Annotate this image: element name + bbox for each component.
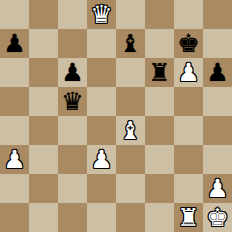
square-g7[interactable]: ♚ [174,29,203,58]
square-a5[interactable] [0,87,29,116]
square-h2[interactable]: ♟ [203,174,232,203]
white-bishop-e4[interactable]: ♝ [119,116,141,145]
square-f6[interactable]: ♜ [145,58,174,87]
square-g3[interactable] [174,145,203,174]
square-f8[interactable] [145,0,174,29]
black-bishop-e7[interactable]: ♝ [119,29,141,58]
black-pawn-h6[interactable]: ♟ [206,58,228,87]
square-e6[interactable] [116,58,145,87]
square-d3[interactable]: ♟ [87,145,116,174]
square-d8[interactable]: ♛ [87,0,116,29]
black-pawn-c6[interactable]: ♟ [61,58,83,87]
square-c7[interactable] [58,29,87,58]
black-king-g7[interactable]: ♚ [177,29,199,58]
square-a4[interactable] [0,116,29,145]
square-h5[interactable] [203,87,232,116]
square-d6[interactable] [87,58,116,87]
square-d4[interactable] [87,116,116,145]
square-b1[interactable] [29,203,58,232]
square-a7[interactable]: ♟ [0,29,29,58]
square-h7[interactable] [203,29,232,58]
square-b3[interactable] [29,145,58,174]
square-g1[interactable]: ♜ [174,203,203,232]
square-e8[interactable] [116,0,145,29]
square-f5[interactable] [145,87,174,116]
square-f3[interactable] [145,145,174,174]
square-b2[interactable] [29,174,58,203]
square-c8[interactable] [58,0,87,29]
square-f4[interactable] [145,116,174,145]
square-f7[interactable] [145,29,174,58]
chess-board: ♛♟♝♚♟♜♟♟♛♝♟♟♟♜♚ [0,0,232,232]
square-g4[interactable] [174,116,203,145]
square-c6[interactable]: ♟ [58,58,87,87]
square-h4[interactable] [203,116,232,145]
white-pawn-g6[interactable]: ♟ [177,58,199,87]
square-e4[interactable]: ♝ [116,116,145,145]
square-f1[interactable] [145,203,174,232]
square-g2[interactable] [174,174,203,203]
square-b8[interactable] [29,0,58,29]
white-king-h1[interactable]: ♚ [206,203,228,232]
square-c4[interactable] [58,116,87,145]
white-pawn-h2[interactable]: ♟ [206,174,228,203]
square-h6[interactable]: ♟ [203,58,232,87]
square-a1[interactable] [0,203,29,232]
square-h3[interactable] [203,145,232,174]
black-queen-c5[interactable]: ♛ [61,87,83,116]
square-b5[interactable] [29,87,58,116]
square-c2[interactable] [58,174,87,203]
square-g5[interactable] [174,87,203,116]
black-rook-f6[interactable]: ♜ [148,58,170,87]
square-c3[interactable] [58,145,87,174]
square-a3[interactable]: ♟ [0,145,29,174]
white-pawn-d3[interactable]: ♟ [90,145,112,174]
white-rook-g1[interactable]: ♜ [177,203,199,232]
square-a6[interactable] [0,58,29,87]
square-a2[interactable] [0,174,29,203]
white-pawn-a3[interactable]: ♟ [3,145,25,174]
square-e5[interactable] [116,87,145,116]
square-e3[interactable] [116,145,145,174]
square-d5[interactable] [87,87,116,116]
square-h8[interactable] [203,0,232,29]
square-d2[interactable] [87,174,116,203]
square-g6[interactable]: ♟ [174,58,203,87]
square-b6[interactable] [29,58,58,87]
square-c5[interactable]: ♛ [58,87,87,116]
square-f2[interactable] [145,174,174,203]
square-e1[interactable] [116,203,145,232]
square-g8[interactable] [174,0,203,29]
square-d7[interactable] [87,29,116,58]
square-d1[interactable] [87,203,116,232]
white-queen-d8[interactable]: ♛ [90,0,112,29]
black-pawn-a7[interactable]: ♟ [3,29,25,58]
square-b7[interactable] [29,29,58,58]
square-e2[interactable] [116,174,145,203]
square-e7[interactable]: ♝ [116,29,145,58]
square-a8[interactable] [0,0,29,29]
square-c1[interactable] [58,203,87,232]
square-b4[interactable] [29,116,58,145]
square-h1[interactable]: ♚ [203,203,232,232]
